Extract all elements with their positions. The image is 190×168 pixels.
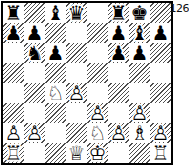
square-d8: ♛ xyxy=(66,3,87,23)
square-g3: ♟♙ xyxy=(129,103,150,123)
square-f1 xyxy=(108,143,129,163)
square-d3 xyxy=(66,103,87,123)
square-h2: ♟♙ xyxy=(150,123,171,143)
square-b7: ♟ xyxy=(24,23,45,43)
square-h3 xyxy=(150,103,171,123)
white-pawn-g3: ♟♙ xyxy=(129,103,150,123)
square-e8 xyxy=(87,3,108,23)
square-h5 xyxy=(150,63,171,83)
square-a7: ♟ xyxy=(3,23,24,43)
white-king-e1: ♚♔ xyxy=(87,143,108,163)
square-f5 xyxy=(108,63,129,83)
diagram-number: 126 xyxy=(170,2,190,15)
square-a6 xyxy=(3,43,24,63)
square-g7: ♝ xyxy=(129,23,150,43)
square-c6: ♟ xyxy=(45,43,66,63)
white-pawn-d4: ♟♙ xyxy=(66,83,87,103)
black-rook-f8: ♜ xyxy=(108,3,129,23)
square-c8: ♝ xyxy=(45,3,66,23)
black-pawn-g6: ♟ xyxy=(129,43,150,63)
square-e5 xyxy=(87,63,108,83)
black-pawn-c6: ♟ xyxy=(45,43,66,63)
square-f7: ♟ xyxy=(108,23,129,43)
square-a2: ♟♙ xyxy=(3,123,24,143)
square-b2: ♟♙ xyxy=(24,123,45,143)
square-e2: ♞♘ xyxy=(87,123,108,143)
square-h8 xyxy=(150,3,171,23)
square-e6 xyxy=(87,43,108,63)
square-b5 xyxy=(24,63,45,83)
white-knight-e2: ♞♘ xyxy=(87,123,108,143)
black-bishop-c8: ♝ xyxy=(45,3,66,23)
black-pawn-b7: ♟ xyxy=(24,23,45,43)
square-a4 xyxy=(3,83,24,103)
black-pawn-a7: ♟ xyxy=(3,23,24,43)
white-bishop-g2: ♝♗ xyxy=(129,123,150,143)
square-f3 xyxy=(108,103,129,123)
black-pawn-f6: ♟ xyxy=(108,43,129,63)
square-c1 xyxy=(45,143,66,163)
white-pawn-e3: ♟♙ xyxy=(87,103,108,123)
square-c4: ♞♘ xyxy=(45,83,66,103)
square-g4 xyxy=(129,83,150,103)
square-e7 xyxy=(87,23,108,43)
square-h7: ♟ xyxy=(150,23,171,43)
square-d6 xyxy=(66,43,87,63)
square-a8: ♜ xyxy=(3,3,24,23)
square-g2: ♝♗ xyxy=(129,123,150,143)
black-king-g8: ♚ xyxy=(129,3,150,23)
square-b4 xyxy=(24,83,45,103)
square-a3 xyxy=(3,103,24,123)
square-g6: ♟ xyxy=(129,43,150,63)
square-h4 xyxy=(150,83,171,103)
black-queen-d8: ♛ xyxy=(66,3,87,23)
square-c2 xyxy=(45,123,66,143)
square-g1 xyxy=(129,143,150,163)
square-e3: ♟♙ xyxy=(87,103,108,123)
square-f2: ♟♙ xyxy=(108,123,129,143)
square-d5 xyxy=(66,63,87,83)
white-pawn-a2: ♟♙ xyxy=(3,123,24,143)
square-a1: ♜♖ xyxy=(3,143,24,163)
white-pawn-f2: ♟♙ xyxy=(108,123,129,143)
square-d7 xyxy=(66,23,87,43)
square-d1: ♛♕ xyxy=(66,143,87,163)
square-c7 xyxy=(45,23,66,43)
square-f6: ♟ xyxy=(108,43,129,63)
square-f4 xyxy=(108,83,129,103)
square-d4: ♟♙ xyxy=(66,83,87,103)
square-f8: ♜ xyxy=(108,3,129,23)
square-b6: ♞ xyxy=(24,43,45,63)
black-rook-a8: ♜ xyxy=(3,3,24,23)
square-g8: ♚ xyxy=(129,3,150,23)
square-b1 xyxy=(24,143,45,163)
square-e1: ♚♔ xyxy=(87,143,108,163)
square-a5 xyxy=(3,63,24,83)
square-c5 xyxy=(45,63,66,83)
white-queen-d1: ♛♕ xyxy=(66,143,87,163)
white-rook-h1: ♜♖ xyxy=(150,143,171,163)
square-h1: ♜♖ xyxy=(150,143,171,163)
white-knight-c4: ♞♘ xyxy=(45,83,66,103)
square-c3 xyxy=(45,103,66,123)
square-b3 xyxy=(24,103,45,123)
black-knight-b6: ♞ xyxy=(24,43,45,63)
square-b8 xyxy=(24,3,45,23)
black-bishop-g7: ♝ xyxy=(129,23,150,43)
white-pawn-h2: ♟♙ xyxy=(150,123,171,143)
white-rook-a1: ♜♖ xyxy=(3,143,24,163)
square-e4 xyxy=(87,83,108,103)
white-pawn-b2: ♟♙ xyxy=(24,123,45,143)
black-pawn-f7: ♟ xyxy=(108,23,129,43)
chess-board: ♜♝♛♜♚♟♟♟♝♟♞♟♟♟♞♘♟♙♟♙♟♙♟♙♟♙♞♘♟♙♝♗♟♙♜♖♛♕♚♔… xyxy=(1,1,173,165)
square-g5 xyxy=(129,63,150,83)
square-d2 xyxy=(66,123,87,143)
square-h6 xyxy=(150,43,171,63)
black-pawn-h7: ♟ xyxy=(150,23,171,43)
